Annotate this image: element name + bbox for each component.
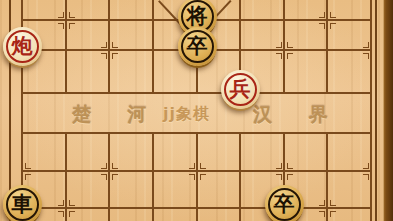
point-marker <box>363 42 380 59</box>
board-line <box>370 93 372 133</box>
point-marker <box>58 200 75 217</box>
point-marker <box>276 163 293 180</box>
point-marker <box>276 42 293 59</box>
point-marker <box>58 12 75 29</box>
piece-glyph: 兵 <box>224 73 257 106</box>
piece-glyph: 卒 <box>268 188 301 221</box>
board-line <box>22 132 371 134</box>
piece-glyph: 卒 <box>181 30 214 63</box>
board-line <box>152 0 154 93</box>
xiangqi-board: 楚 河 汉 界 jj象棋 将卒炮兵車卒 <box>0 0 393 221</box>
point-marker <box>101 42 118 59</box>
piece-red-cannon[interactable]: 炮 <box>3 27 42 66</box>
app-watermark: jj象棋 <box>163 104 210 125</box>
piece-black-chariot[interactable]: 車 <box>3 185 42 221</box>
point-marker <box>319 12 336 29</box>
piece-glyph: 車 <box>6 188 39 221</box>
board-line <box>21 93 23 133</box>
piece-black-soldier-b[interactable]: 卒 <box>265 185 304 221</box>
river-label-chu-he: 楚 河 <box>72 102 162 128</box>
point-marker <box>189 163 206 180</box>
point-marker <box>14 163 31 180</box>
point-marker <box>101 163 118 180</box>
river-label-han-jie: 汉 界 <box>253 102 343 128</box>
piece-black-soldier-a[interactable]: 卒 <box>178 27 217 66</box>
board-line <box>375 0 377 221</box>
board-frame-right <box>383 0 393 221</box>
piece-glyph: 炮 <box>6 30 39 63</box>
piece-red-soldier[interactable]: 兵 <box>221 70 260 109</box>
board-line <box>22 92 371 94</box>
point-marker <box>319 200 336 217</box>
point-marker <box>363 163 380 180</box>
